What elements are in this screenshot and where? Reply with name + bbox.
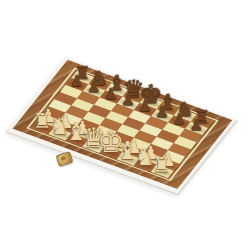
- square-h1: ♜: [151, 165, 174, 178]
- board-wooden-border: ♜♞♝♛♚♝♞♜♟♟♟♟♟♟♟♟♟♟♟♟♟♟♟♟♜♞♝♛♚♝♞♜: [12, 60, 232, 190]
- square-h7: ♟: [185, 122, 208, 135]
- chess-set-photo: ♜♞♝♛♚♝♞♜♟♟♟♟♟♟♟♟♟♟♟♟♟♟♟♟♜♞♝♛♚♝♞♜: [0, 0, 250, 250]
- brass-clasp-icon: [56, 151, 74, 167]
- board-pinstripe-frame: ♜♞♝♛♚♝♞♜♟♟♟♟♟♟♟♟♟♟♟♟♟♟♟♟♜♞♝♛♚♝♞♜: [26, 68, 218, 181]
- board-box: ♜♞♝♛♚♝♞♜♟♟♟♟♟♟♟♟♟♟♟♟♟♟♟♟♜♞♝♛♚♝♞♜: [6, 57, 239, 195]
